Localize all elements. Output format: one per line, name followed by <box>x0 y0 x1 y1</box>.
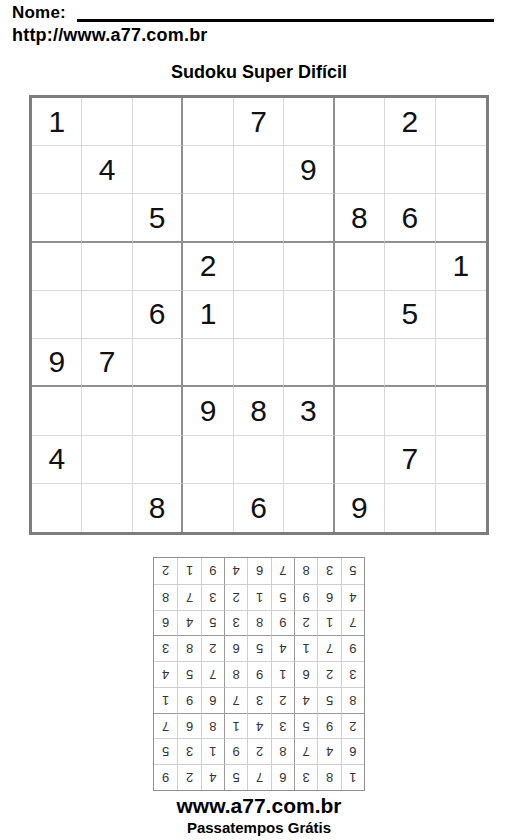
solution-cell-r9c1: 5 <box>341 558 364 584</box>
solution-cell-r7c4: 9 <box>271 610 294 636</box>
sudoku-cell-r4c1[interactable] <box>32 243 82 291</box>
solution-cell-r7c9: 6 <box>154 610 177 636</box>
sudoku-cell-r4c4: 2 <box>183 243 233 291</box>
sudoku-cell-r4c2[interactable] <box>82 243 132 291</box>
sudoku-cell-r8c5[interactable] <box>234 436 284 484</box>
sudoku-cell-r5c8: 5 <box>385 291 435 339</box>
solution-cell-r8c5: 1 <box>247 584 270 610</box>
sudoku-cell-r3c5[interactable] <box>234 194 284 242</box>
solution-cell-r9c4: 7 <box>271 558 294 584</box>
solution-cell-r1c6: 5 <box>224 764 247 790</box>
solution-cell-r8c7: 3 <box>201 584 224 610</box>
sudoku-cell-r5c4: 1 <box>183 291 233 339</box>
sudoku-cell-r5c5[interactable] <box>234 291 284 339</box>
solution-cell-r4c9: 1 <box>154 687 177 713</box>
solution-cell-r5c5: 9 <box>247 661 270 687</box>
solution-cell-r4c3: 4 <box>294 687 317 713</box>
solution-cell-r7c5: 8 <box>247 610 270 636</box>
sudoku-cell-r6c9[interactable] <box>436 339 486 387</box>
sudoku-cell-r8c9[interactable] <box>436 436 486 484</box>
sudoku-cell-r1c4[interactable] <box>183 98 233 146</box>
sudoku-cell-r9c3: 8 <box>133 484 183 532</box>
sudoku-cell-r1c1: 1 <box>32 98 82 146</box>
sudoku-cell-r7c4: 9 <box>183 387 233 435</box>
sudoku-cell-r5c2[interactable] <box>82 291 132 339</box>
sudoku-cell-r8c1: 4 <box>32 436 82 484</box>
sudoku-cell-r1c9[interactable] <box>436 98 486 146</box>
solution-cell-r4c2: 5 <box>317 687 340 713</box>
sudoku-cell-r3c6[interactable] <box>284 194 334 242</box>
solution-cell-r7c6: 3 <box>224 610 247 636</box>
solution-cell-r3c9: 7 <box>154 713 177 739</box>
sudoku-cell-r2c2: 4 <box>82 146 132 194</box>
sudoku-cell-r9c8[interactable] <box>385 484 435 532</box>
solution-cell-r9c5: 6 <box>247 558 270 584</box>
solution-cell-r2c4: 8 <box>271 738 294 764</box>
solution-cell-r6c2: 7 <box>317 635 340 661</box>
solution-cell-r5c3: 6 <box>294 661 317 687</box>
solution-cell-r5c1: 3 <box>341 661 364 687</box>
solution-cell-r1c3: 3 <box>294 764 317 790</box>
solution-cell-r8c4: 5 <box>271 584 294 610</box>
solution-cell-r7c2: 1 <box>317 610 340 636</box>
solution-cell-r1c9: 9 <box>154 764 177 790</box>
sudoku-cell-r5c6[interactable] <box>284 291 334 339</box>
solution-cell-r4c1: 8 <box>341 687 364 713</box>
sudoku-cell-r4c3[interactable] <box>133 243 183 291</box>
sudoku-grid: 17249586216159798347869 <box>29 95 489 535</box>
sudoku-cell-r7c5: 8 <box>234 387 284 435</box>
solution-cell-r8c9: 8 <box>154 584 177 610</box>
solution-cell-r3c1: 2 <box>341 713 364 739</box>
solution-cell-r7c1: 7 <box>341 610 364 636</box>
sudoku-cell-r8c7[interactable] <box>335 436 385 484</box>
solution-cell-r3c7: 8 <box>201 713 224 739</box>
sudoku-cell-r2c5[interactable] <box>234 146 284 194</box>
solution-cell-r3c8: 6 <box>177 713 200 739</box>
sudoku-cell-r4c7[interactable] <box>335 243 385 291</box>
solution-cell-r1c7: 4 <box>201 764 224 790</box>
sudoku-cell-r1c6[interactable] <box>284 98 334 146</box>
solution-cell-r5c4: 1 <box>271 661 294 687</box>
solution-cell-r6c5: 5 <box>247 635 270 661</box>
solution-cell-r9c6: 4 <box>224 558 247 584</box>
sudoku-cell-r5c3: 6 <box>133 291 183 339</box>
solution-cell-r8c6: 2 <box>224 584 247 610</box>
solution-cell-r6c1: 9 <box>341 635 364 661</box>
sudoku-cell-r6c4[interactable] <box>183 339 233 387</box>
solution-cell-r9c2: 3 <box>317 558 340 584</box>
solution-cell-r5c9: 4 <box>154 661 177 687</box>
sudoku-cell-r9c5: 6 <box>234 484 284 532</box>
solution-cell-r4c4: 2 <box>271 687 294 713</box>
solution-cell-r1c5: 7 <box>247 764 270 790</box>
sudoku-cell-r2c3[interactable] <box>133 146 183 194</box>
solution-cell-r2c6: 9 <box>224 738 247 764</box>
sudoku-cell-r7c9[interactable] <box>436 387 486 435</box>
sudoku-cell-r1c7[interactable] <box>335 98 385 146</box>
sudoku-cell-r6c7[interactable] <box>335 339 385 387</box>
sudoku-cell-r7c1[interactable] <box>32 387 82 435</box>
solution-cell-r3c5: 4 <box>247 713 270 739</box>
solution-cell-r4c7: 6 <box>201 687 224 713</box>
solution-cell-r8c3: 9 <box>294 584 317 610</box>
sudoku-cell-r2c7[interactable] <box>335 146 385 194</box>
solution-cell-r6c7: 2 <box>201 635 224 661</box>
solution-cell-r6c6: 6 <box>224 635 247 661</box>
sudoku-cell-r8c3[interactable] <box>133 436 183 484</box>
sudoku-cell-r6c1: 9 <box>32 339 82 387</box>
solution-cell-r6c4: 4 <box>271 635 294 661</box>
sudoku-cell-r2c1[interactable] <box>32 146 82 194</box>
solution-cell-r8c1: 4 <box>341 584 364 610</box>
sudoku-cell-r9c4[interactable] <box>183 484 233 532</box>
solution-cell-r5c2: 2 <box>317 661 340 687</box>
sudoku-cell-r1c8: 2 <box>385 98 435 146</box>
solution-cell-r1c2: 8 <box>317 764 340 790</box>
solution-cell-r7c8: 4 <box>177 610 200 636</box>
solution-cell-r5c6: 8 <box>224 661 247 687</box>
solution-cell-r7c3: 2 <box>294 610 317 636</box>
sudoku-cell-r4c8[interactable] <box>385 243 435 291</box>
sudoku-cell-r6c3[interactable] <box>133 339 183 387</box>
sudoku-cell-r3c4[interactable] <box>183 194 233 242</box>
solution-cell-r4c8: 9 <box>177 687 200 713</box>
solution-cell-r6c8: 8 <box>177 635 200 661</box>
sudoku-cell-r6c5[interactable] <box>234 339 284 387</box>
solution-cell-r3c4: 3 <box>271 713 294 739</box>
sudoku-cell-r8c4[interactable] <box>183 436 233 484</box>
name-label: Nome: <box>12 3 66 23</box>
sudoku-cell-r5c9[interactable] <box>436 291 486 339</box>
sudoku-cell-r5c1[interactable] <box>32 291 82 339</box>
solution-cell-r2c9: 5 <box>154 738 177 764</box>
name-fill-in-line[interactable] <box>77 19 494 22</box>
solution-cell-r2c2: 4 <box>317 738 340 764</box>
solution-cell-r3c6: 1 <box>224 713 247 739</box>
solution-cell-r3c3: 5 <box>294 713 317 739</box>
sudoku-cell-r1c2[interactable] <box>82 98 132 146</box>
solution-cell-r2c1: 6 <box>341 738 364 764</box>
sudoku-cell-r7c6: 3 <box>284 387 334 435</box>
sudoku-cell-r2c4[interactable] <box>183 146 233 194</box>
sudoku-cell-r9c2[interactable] <box>82 484 132 532</box>
sudoku-cell-r3c9[interactable] <box>436 194 486 242</box>
solution-cell-r1c1: 1 <box>341 764 364 790</box>
solution-cell-r2c5: 2 <box>247 738 270 764</box>
sudoku-cell-r8c6[interactable] <box>284 436 334 484</box>
footer-tagline: Passatempos Grátis <box>0 819 518 836</box>
solution-cell-r2c3: 7 <box>294 738 317 764</box>
solution-cell-r8c2: 6 <box>317 584 340 610</box>
sudoku-cell-r4c9: 1 <box>436 243 486 291</box>
sudoku-cell-r6c2: 7 <box>82 339 132 387</box>
sudoku-cell-r2c9[interactable] <box>436 146 486 194</box>
sudoku-cell-r7c3[interactable] <box>133 387 183 435</box>
sudoku-cell-r3c1[interactable] <box>32 194 82 242</box>
sudoku-cell-r6c8[interactable] <box>385 339 435 387</box>
sudoku-cell-r3c7: 8 <box>335 194 385 242</box>
sudoku-cell-r7c2[interactable] <box>82 387 132 435</box>
solution-cell-r4c6: 7 <box>224 687 247 713</box>
header-url: http://www.a77.com.br <box>12 25 208 46</box>
solution-cell-r1c8: 2 <box>177 764 200 790</box>
sudoku-cell-r2c8[interactable] <box>385 146 435 194</box>
solution-cell-r9c3: 8 <box>294 558 317 584</box>
solution-cell-r3c2: 9 <box>317 713 340 739</box>
solution-cell-r9c8: 1 <box>177 558 200 584</box>
sudoku-cell-r9c9[interactable] <box>436 484 486 532</box>
solution-cell-r6c3: 1 <box>294 635 317 661</box>
solution-cell-r2c7: 1 <box>201 738 224 764</box>
sudoku-cell-r1c5: 7 <box>234 98 284 146</box>
solution-cell-r4c5: 3 <box>247 687 270 713</box>
sudoku-cell-r3c2[interactable] <box>82 194 132 242</box>
sudoku-cell-r8c2[interactable] <box>82 436 132 484</box>
sudoku-cell-r7c7[interactable] <box>335 387 385 435</box>
sudoku-cell-r7c8[interactable] <box>385 387 435 435</box>
solution-cell-r1c4: 6 <box>271 764 294 790</box>
solution-cell-r8c8: 7 <box>177 584 200 610</box>
sudoku-cell-r8c8: 7 <box>385 436 435 484</box>
solution-cell-r2c8: 3 <box>177 738 200 764</box>
sudoku-cell-r6c6[interactable] <box>284 339 334 387</box>
solution-cell-r7c7: 5 <box>201 610 224 636</box>
sudoku-cell-r3c8: 6 <box>385 194 435 242</box>
sudoku-cell-r9c1[interactable] <box>32 484 82 532</box>
sudoku-cell-r9c6[interactable] <box>284 484 334 532</box>
solution-cell-r5c8: 5 <box>177 661 200 687</box>
sudoku-cell-r4c5[interactable] <box>234 243 284 291</box>
sudoku-cell-r3c3: 5 <box>133 194 183 242</box>
sudoku-cell-r4c6[interactable] <box>284 243 334 291</box>
sudoku-cell-r5c7[interactable] <box>335 291 385 339</box>
solution-cell-r5c7: 7 <box>201 661 224 687</box>
solution-cell-r9c9: 2 <box>154 558 177 584</box>
sudoku-cell-r9c7: 9 <box>335 484 385 532</box>
page-title: Sudoku Super Difícil <box>0 62 518 83</box>
footer-site-url: www.a77.com.br <box>0 794 518 818</box>
solution-cell-r6c9: 3 <box>154 635 177 661</box>
solution-grid-upside-down: 1836754296478291352953418678542376913261… <box>153 557 365 791</box>
sudoku-cell-r2c6: 9 <box>284 146 334 194</box>
solution-cell-r9c7: 9 <box>201 558 224 584</box>
sudoku-cell-r1c3[interactable] <box>133 98 183 146</box>
